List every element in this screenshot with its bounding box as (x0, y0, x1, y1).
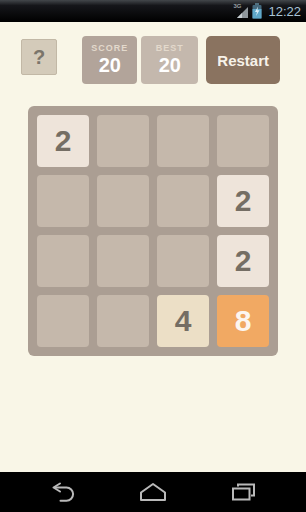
empty-cell (217, 115, 269, 167)
status-clock: 12:22 (268, 4, 301, 19)
best-label: BEST (141, 43, 198, 53)
tile-2: 2 (37, 115, 89, 167)
restart-button[interactable]: Restart (206, 36, 280, 84)
empty-cell (37, 175, 89, 227)
home-button[interactable] (138, 480, 168, 504)
help-button-label: ? (33, 46, 45, 69)
phone-screen: 3G 12:22 ? SCORE 20 (0, 0, 306, 512)
tile-4: 4 (157, 295, 209, 347)
help-button[interactable]: ? (21, 39, 57, 75)
empty-cell (97, 175, 149, 227)
tile-2: 2 (217, 175, 269, 227)
score-group: SCORE 20 BEST 20 Restart (82, 36, 280, 84)
empty-cell (37, 235, 89, 287)
empty-cell (97, 115, 149, 167)
game-2048-app: ? SCORE 20 BEST 20 Restart 22248 (0, 22, 306, 472)
back-icon (50, 481, 77, 503)
score-value: 20 (82, 53, 137, 77)
empty-cell (157, 175, 209, 227)
home-icon (138, 482, 168, 502)
navigation-bar (0, 472, 306, 512)
back-button[interactable] (48, 480, 78, 504)
tile-8: 8 (217, 295, 269, 347)
status-bar: 3G 12:22 (0, 0, 306, 22)
score-box: SCORE 20 (82, 36, 137, 84)
recent-apps-button[interactable] (228, 480, 258, 504)
restart-button-label: Restart (217, 52, 269, 69)
cell-signal-icon: 3G (233, 3, 248, 19)
empty-cell (97, 295, 149, 347)
tile-2: 2 (217, 235, 269, 287)
empty-cell (157, 115, 209, 167)
recent-apps-icon (230, 482, 256, 502)
best-score-box: BEST 20 (141, 36, 198, 84)
signal-bars-icon (237, 7, 248, 18)
game-header: ? SCORE 20 BEST 20 Restart (0, 22, 306, 84)
empty-cell (157, 235, 209, 287)
board[interactable]: 22248 (28, 106, 278, 356)
battery-icon (252, 3, 262, 19)
empty-cell (37, 295, 89, 347)
empty-cell (97, 235, 149, 287)
best-value: 20 (141, 53, 198, 77)
score-label: SCORE (82, 43, 137, 53)
